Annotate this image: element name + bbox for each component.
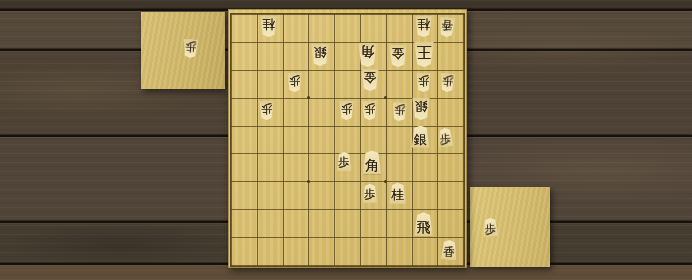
piece-kanji: 歩 bbox=[394, 102, 406, 116]
piece-kanji: 歩 bbox=[261, 101, 273, 115]
piece-kanji: 歩 bbox=[340, 101, 352, 115]
piece-kanji: 銀 bbox=[314, 44, 327, 59]
piece-kanji: 歩 bbox=[338, 157, 350, 171]
gote-piece-stand bbox=[141, 12, 225, 89]
piece-kanji: 歩 bbox=[418, 73, 430, 87]
shogi-scene: 桂桂香銀角金王歩金歩歩歩歩歩歩銀銀歩歩角歩桂飛香歩歩 bbox=[0, 0, 692, 280]
piece-kanji: 桂 bbox=[417, 16, 430, 31]
piece-kanji: 銀 bbox=[414, 133, 427, 148]
piece-kanji: 歩 bbox=[364, 189, 376, 203]
piece-kanji: 角 bbox=[361, 43, 375, 59]
piece-kanji: 歩 bbox=[289, 73, 301, 87]
piece-kanji: 桂 bbox=[391, 189, 404, 204]
piece-kanji: 角 bbox=[365, 158, 379, 174]
piece-kanji: 香 bbox=[443, 246, 456, 261]
sente-piece-stand bbox=[470, 187, 550, 267]
piece-kanji: 王 bbox=[416, 42, 431, 59]
piece-kanji: 歩 bbox=[484, 223, 496, 237]
piece-kanji: 歩 bbox=[439, 133, 451, 147]
piece-kanji: 金 bbox=[391, 45, 404, 60]
piece-kanji: 歩 bbox=[364, 101, 376, 115]
piece-kanji: 金 bbox=[363, 69, 376, 84]
piece-kanji: 歩 bbox=[184, 38, 196, 52]
star-point bbox=[307, 180, 310, 183]
piece-kanji: 飛 bbox=[417, 220, 431, 236]
piece-kanji: 桂 bbox=[262, 16, 275, 31]
star-point bbox=[384, 180, 387, 183]
star-point bbox=[307, 96, 310, 99]
piece-kanji: 香 bbox=[441, 16, 454, 31]
piece-kanji: 銀 bbox=[414, 98, 427, 113]
star-point bbox=[384, 96, 387, 99]
piece-kanji: 歩 bbox=[441, 73, 453, 87]
